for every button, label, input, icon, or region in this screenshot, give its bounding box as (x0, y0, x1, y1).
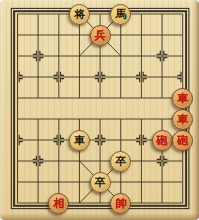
piece-red-soldier[interactable]: 兵 (90, 25, 111, 46)
piece-black-general[interactable]: 将 (69, 4, 90, 25)
piece-black-chariot[interactable]: 車 (69, 130, 90, 151)
piece-red-general[interactable]: 帥 (110, 193, 131, 214)
piece-black-soldier[interactable]: 卒 (90, 172, 111, 193)
piece-black-soldier[interactable]: 卒 (110, 151, 131, 172)
piece-red-cannon[interactable]: 砲 (152, 130, 173, 151)
piece-red-elephant[interactable]: 相 (48, 193, 69, 214)
piece-red-chariot[interactable]: 車 (172, 109, 193, 130)
piece-black-horse[interactable]: 馬 (110, 4, 131, 25)
xiangqi-board[interactable]: 将馬兵車車車砲砲卒卒相帥 (0, 0, 199, 220)
piece-red-chariot[interactable]: 車 (172, 88, 193, 109)
pieces-layer: 将馬兵車車車砲砲卒卒相帥 (7, 4, 193, 214)
piece-red-cannon[interactable]: 砲 (172, 130, 193, 151)
